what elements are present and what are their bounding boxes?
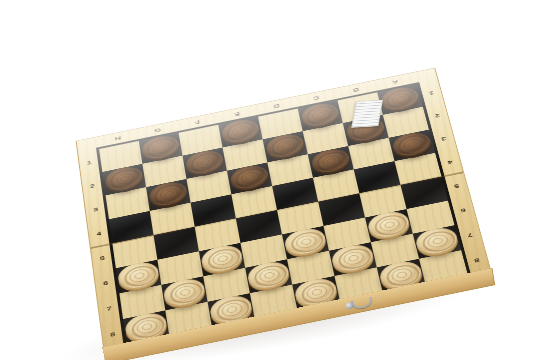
piece-ring xyxy=(326,157,336,164)
piece-ring xyxy=(391,92,411,106)
piece-ring xyxy=(361,126,371,133)
piece-ring xyxy=(200,159,210,166)
piece-ring xyxy=(156,144,166,151)
latch-hook-icon xyxy=(351,297,373,310)
square-C7[interactable] xyxy=(329,242,377,276)
piece-ring xyxy=(321,154,341,168)
square-F7[interactable] xyxy=(203,268,250,302)
playing-field xyxy=(99,84,468,345)
piece-ring xyxy=(245,174,255,181)
piece-ring xyxy=(231,124,251,138)
piece-ring xyxy=(196,155,216,169)
piece-ring xyxy=(236,128,246,135)
file-label-top-F: F xyxy=(194,119,200,125)
square-E7[interactable] xyxy=(245,259,292,293)
latch xyxy=(344,296,373,312)
rank-label-right-2: 2 xyxy=(434,113,440,119)
piece-ring xyxy=(311,108,331,122)
piece-ring xyxy=(240,170,260,184)
piece-ring xyxy=(281,142,291,149)
piece-ring xyxy=(152,141,171,155)
square-B7[interactable] xyxy=(371,234,419,268)
rank-label-left-2: 2 xyxy=(90,183,96,190)
scene: HHGGFFEEDDCCBBAA1122334455667788 xyxy=(0,0,540,360)
piece-ring xyxy=(316,111,326,118)
piece-ring xyxy=(402,138,423,152)
rank-label-right-1: 1 xyxy=(428,90,434,96)
piece-ring xyxy=(120,175,130,182)
piece-ring xyxy=(276,139,296,153)
rank-label-left-4: 4 xyxy=(96,230,102,237)
piece-ring xyxy=(396,95,406,102)
piece-ring xyxy=(159,187,179,201)
piece-ring xyxy=(407,141,418,148)
square-H7[interactable] xyxy=(119,285,165,319)
rank-label-left-3: 3 xyxy=(93,206,99,213)
square-F6[interactable] xyxy=(199,243,245,276)
checkers-board: HHGGFFEEDDCCBBAA1122334455667788 xyxy=(77,68,495,360)
rank-label-left-1: 1 xyxy=(87,159,93,165)
piece-ring xyxy=(356,123,376,137)
piece-ring xyxy=(164,190,174,197)
file-label-top-E: E xyxy=(234,111,241,118)
piece-ring xyxy=(115,172,134,186)
